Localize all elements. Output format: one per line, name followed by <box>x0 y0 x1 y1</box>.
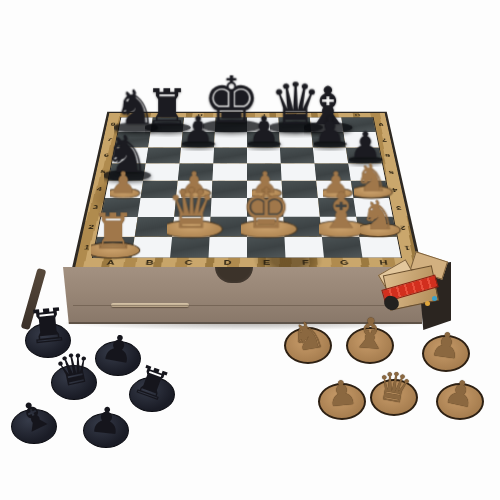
square-b6 <box>146 147 181 163</box>
coord-label: 8 <box>373 117 388 132</box>
offboard-wood-queen: ♛ <box>368 352 420 416</box>
wood-queen-c2: ♛ <box>166 182 216 235</box>
product-photo-scene: ABCDEFGH ABCDEFGH 87654321 87654321 ♞♜♚♛… <box>0 0 500 500</box>
square-d1 <box>209 237 247 258</box>
offboard-black-bishop: ♝ <box>8 380 60 444</box>
coord-label: C <box>169 258 209 267</box>
black-pawn-c7: ♟ <box>182 113 214 147</box>
square-g1 <box>322 237 363 258</box>
offboard-wood-pawn: ♟ <box>316 356 368 420</box>
drawer-notch <box>215 267 253 283</box>
square-c1 <box>170 237 210 258</box>
wood-rook-a1: ♜ <box>91 209 135 256</box>
coord-label: 2 <box>394 217 412 237</box>
square-b7 <box>148 132 182 147</box>
coord-label: A <box>90 258 131 267</box>
offboard-black-pawn: ♟ <box>80 384 132 448</box>
coord-label: 5 <box>383 163 400 180</box>
black-pawn-g7: ♟ <box>313 113 345 147</box>
square-e7: ♟ <box>247 132 280 147</box>
coord-label: F <box>286 258 326 267</box>
offboard-wood-knight: ♞ <box>282 300 334 364</box>
square-g7: ♟ <box>311 132 345 147</box>
wood-king-e2: ♚ <box>241 182 291 235</box>
square-f7 <box>279 132 313 147</box>
square-d7 <box>214 132 247 147</box>
square-a4: ♟ <box>105 180 143 198</box>
board-frame: ABCDEFGH ABCDEFGH 87654321 87654321 ♞♜♚♛… <box>72 112 422 268</box>
seller-logo-sticker <box>376 254 450 320</box>
square-h2: ♞ <box>356 217 396 237</box>
coord-label: B <box>129 258 169 267</box>
square-g2: ♝ <box>320 217 359 237</box>
square-c7: ♟ <box>181 132 215 147</box>
square-e1 <box>247 237 285 258</box>
square-d8: ♚ <box>215 117 247 132</box>
square-e6 <box>247 147 281 163</box>
coord-label: 7 <box>376 132 392 147</box>
square-f6 <box>280 147 315 163</box>
knight-glyph: ♞ <box>288 316 327 356</box>
pawn-glyph: ♟ <box>325 377 359 411</box>
square-f1 <box>284 237 324 258</box>
square-c6 <box>180 147 215 163</box>
coord-label: 6 <box>380 147 396 163</box>
pawn-glyph: ♟ <box>88 403 123 439</box>
square-c2: ♛ <box>172 217 210 237</box>
coord-label: D <box>208 258 247 267</box>
square-g6 <box>313 147 348 163</box>
square-a1: ♜ <box>93 237 135 258</box>
board-grid: ♞♜♚♛♝♟♟♟♟♞♟♟♟♟♞♛♚♝♞♜ <box>92 117 402 258</box>
coord-label: 4 <box>386 180 403 198</box>
file-labels-near: ABCDEFGH <box>90 258 404 267</box>
square-d6 <box>213 147 247 163</box>
black-pawn-e7: ♟ <box>248 113 280 147</box>
chess-board: ABCDEFGH ABCDEFGH 87654321 87654321 ♞♜♚♛… <box>72 112 422 268</box>
offboard-wood-pawn: ♟ <box>434 356 486 420</box>
coord-label: 3 <box>390 198 408 217</box>
wood-pawn-a4: ♟ <box>110 168 137 196</box>
coord-label: E <box>247 258 286 267</box>
square-e2: ♚ <box>247 217 284 237</box>
queen-glyph: ♛ <box>373 366 415 408</box>
logo-dot-yellow <box>425 301 430 306</box>
logo-dot-blue <box>432 296 437 301</box>
coord-label: G <box>324 258 364 267</box>
pawn-glyph: ♟ <box>442 376 478 412</box>
offboard-black-rook: ♜ <box>126 348 178 412</box>
